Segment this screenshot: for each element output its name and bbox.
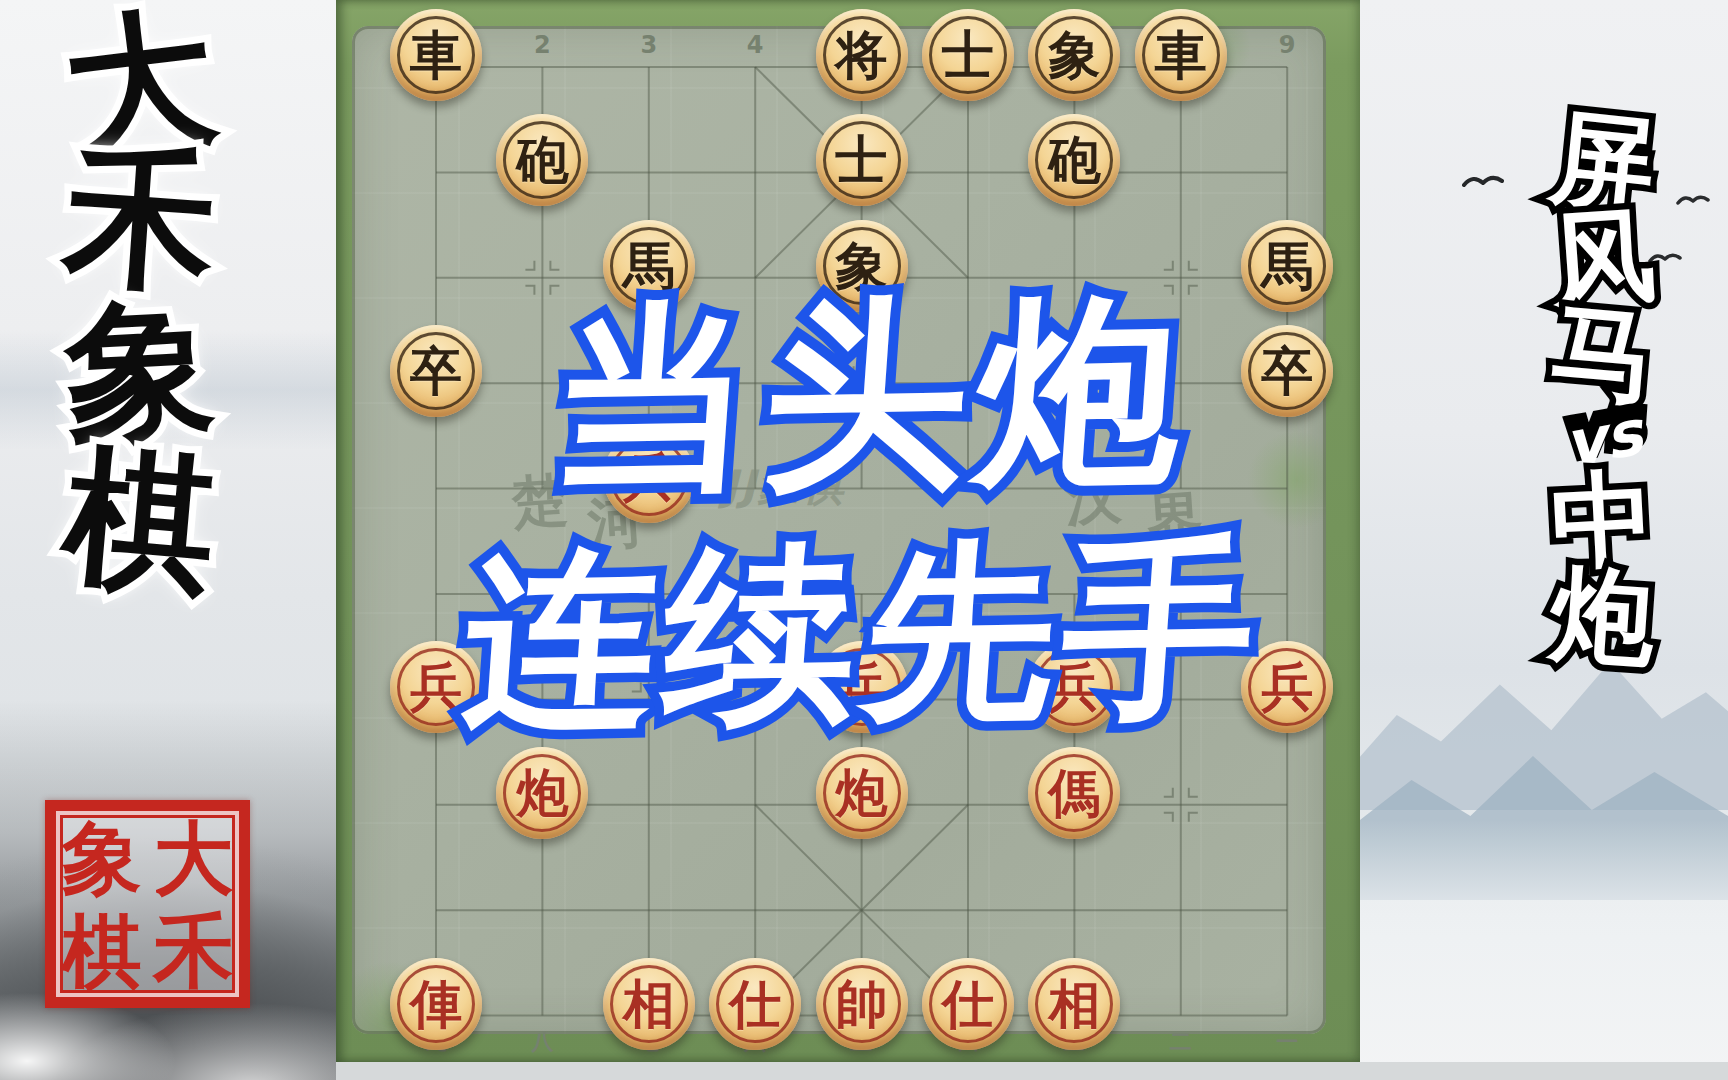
xiangqi-piece-相[interactable]: 相 xyxy=(603,958,695,1050)
piece-glyph: 車 xyxy=(1155,29,1207,81)
piece-glyph: 俥 xyxy=(410,978,462,1030)
xiangqi-piece-馬[interactable]: 馬 xyxy=(1241,220,1333,312)
xiangqi-piece-炮[interactable]: 炮 xyxy=(496,747,588,839)
file-label-top: 9 xyxy=(1279,31,1296,59)
file-label-bottom: 八 xyxy=(531,1027,553,1057)
piece-glyph: 車 xyxy=(410,29,462,81)
bird-icon xyxy=(1676,192,1710,208)
file-label-top: 3 xyxy=(640,31,657,59)
file-label-bottom: 一 xyxy=(1276,1027,1298,1057)
xiangqi-piece-士[interactable]: 士 xyxy=(816,114,908,206)
left-banner-panel: 大大 禾禾 象象 棋棋 象 大 棋 禾 xyxy=(0,0,336,1080)
calligraphy-char: 象象 xyxy=(51,292,229,451)
opening-title-calligraphy: 屏屏 风风 马马 vsvs 中中 炮炮 xyxy=(1528,118,1678,668)
piece-glyph: 砲 xyxy=(1048,134,1100,186)
piece-glyph: 象 xyxy=(1048,29,1100,81)
file-label-top: 4 xyxy=(747,31,764,59)
xiangqi-piece-帥[interactable]: 帥 xyxy=(816,958,908,1050)
file-label-bottom: 二 xyxy=(1170,1027,1192,1057)
calligraphy-char: 禾禾 xyxy=(50,138,230,299)
piece-glyph: 士 xyxy=(836,134,888,186)
piece-glyph: 相 xyxy=(1048,978,1100,1030)
xiangqi-piece-士[interactable]: 士 xyxy=(922,9,1014,101)
xiangqi-piece-仕[interactable]: 仕 xyxy=(922,958,1014,1050)
calligraphy-char: 炮炮 xyxy=(1525,559,1682,673)
xiangqi-piece-傌[interactable]: 傌 xyxy=(1028,747,1120,839)
xiangqi-piece-将[interactable]: 将 xyxy=(816,9,908,101)
piece-glyph: 仕 xyxy=(729,978,781,1030)
xiangqi-piece-卒[interactable]: 卒 xyxy=(1241,325,1333,417)
piece-glyph: 仕 xyxy=(942,978,994,1030)
piece-glyph: 卒 xyxy=(1261,345,1313,397)
piece-glyph: 帥 xyxy=(836,978,888,1030)
piece-glyph: 傌 xyxy=(1048,767,1100,819)
fog-band xyxy=(1360,820,1728,1080)
caption-line-2: 连续先手连续先手 xyxy=(457,511,1270,758)
xiangqi-piece-相[interactable]: 相 xyxy=(1028,958,1120,1050)
xiangqi-piece-象[interactable]: 象 xyxy=(1028,9,1120,101)
piece-glyph: 馬 xyxy=(1261,240,1313,292)
piece-glyph: 卒 xyxy=(410,345,462,397)
xiangqi-piece-車[interactable]: 車 xyxy=(390,9,482,101)
piece-glyph: 将 xyxy=(836,29,888,81)
piece-glyph: 兵 xyxy=(410,661,462,713)
seal-char: 大 xyxy=(148,811,240,904)
file-label-top: 2 xyxy=(534,31,551,59)
xiangqi-piece-俥[interactable]: 俥 xyxy=(390,958,482,1050)
xiangqi-piece-仕[interactable]: 仕 xyxy=(709,958,801,1050)
xiangqi-piece-炮[interactable]: 炮 xyxy=(816,747,908,839)
video-frame: 大大 禾禾 象象 棋棋 象 大 棋 禾 屏屏 风风 马马 vsvs 中中 炮炮 xyxy=(0,0,1728,1080)
seal-char: 棋 xyxy=(56,904,148,997)
bird-icon xyxy=(1462,172,1504,190)
piece-glyph: 相 xyxy=(623,978,675,1030)
caption-line-1: 当头炮当头炮 xyxy=(543,266,1200,525)
piece-glyph: 炮 xyxy=(836,767,888,819)
red-seal-stamp: 象 大 棋 禾 xyxy=(45,800,250,1008)
piece-glyph: 士 xyxy=(942,29,994,81)
xiangqi-piece-卒[interactable]: 卒 xyxy=(390,325,482,417)
piece-glyph: 砲 xyxy=(516,134,568,186)
channel-title-calligraphy: 大大 禾禾 象象 棋棋 xyxy=(55,8,225,596)
seal-char: 象 xyxy=(56,811,148,904)
calligraphy-char: 棋棋 xyxy=(49,439,231,603)
piece-glyph: 炮 xyxy=(516,767,568,819)
xiangqi-piece-車[interactable]: 車 xyxy=(1135,9,1227,101)
xiangqi-piece-砲[interactable]: 砲 xyxy=(1028,114,1120,206)
piece-glyph: 兵 xyxy=(1261,661,1313,713)
bottom-strip xyxy=(336,1062,1728,1080)
xiangqi-piece-砲[interactable]: 砲 xyxy=(496,114,588,206)
seal-char: 禾 xyxy=(148,904,240,997)
